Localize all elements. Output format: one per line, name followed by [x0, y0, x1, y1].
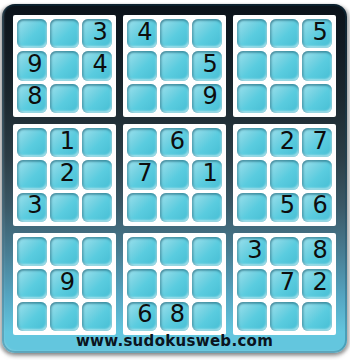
cell-r5c8[interactable]	[270, 160, 300, 189]
cell-r4c3[interactable]	[82, 128, 112, 157]
cell-r3c8[interactable]	[270, 84, 300, 113]
cell-r9c1[interactable]	[17, 302, 47, 331]
cell-r5c6[interactable]: 1	[192, 160, 222, 189]
cell-r5c2[interactable]: 2	[50, 160, 80, 189]
cell-r6c4[interactable]	[127, 193, 157, 222]
cell-r8c1[interactable]	[17, 269, 47, 298]
given-digit: 8	[170, 302, 185, 326]
given-digit: 9	[203, 84, 218, 108]
cell-r2c1[interactable]: 9	[17, 51, 47, 80]
cell-r1c9[interactable]: 5	[302, 19, 332, 48]
cell-r8c4[interactable]	[127, 269, 157, 298]
cell-r2c7[interactable]	[237, 51, 267, 80]
given-digit: 4	[93, 52, 108, 76]
cell-r1c1[interactable]	[17, 19, 47, 48]
given-digit: 1	[60, 129, 75, 153]
cell-r6c6[interactable]	[192, 193, 222, 222]
cell-r4c9[interactable]: 7	[302, 128, 332, 157]
cell-r4c4[interactable]	[127, 128, 157, 157]
cell-r9c7[interactable]	[237, 302, 267, 331]
cell-r2c2[interactable]	[50, 51, 80, 80]
given-digit: 5	[280, 193, 295, 217]
cell-r2c3[interactable]: 4	[82, 51, 112, 80]
sudoku-grid: 3948459512367127569683872	[13, 15, 336, 335]
site-url-label: www.sudokusweb.com	[2, 332, 347, 350]
cell-r5c5[interactable]	[160, 160, 190, 189]
given-digit: 1	[203, 161, 218, 185]
given-digit: 2	[313, 270, 328, 294]
cell-r6c1[interactable]: 3	[17, 193, 47, 222]
sudoku-box-5: 671	[123, 124, 226, 226]
cell-r1c6[interactable]	[192, 19, 222, 48]
sudoku-box-7: 9	[13, 233, 116, 335]
cell-r4c2[interactable]: 1	[50, 128, 80, 157]
cell-r7c1[interactable]	[17, 237, 47, 266]
given-digit: 3	[247, 238, 262, 262]
given-digit: 5	[313, 20, 328, 44]
cell-r4c1[interactable]	[17, 128, 47, 157]
cell-r3c3[interactable]	[82, 84, 112, 113]
cell-r6c5[interactable]	[160, 193, 190, 222]
cell-r8c5[interactable]	[160, 269, 190, 298]
cell-r4c6[interactable]	[192, 128, 222, 157]
cell-r8c8[interactable]: 7	[270, 269, 300, 298]
cell-r5c1[interactable]	[17, 160, 47, 189]
cell-r1c2[interactable]	[50, 19, 80, 48]
cell-r7c2[interactable]	[50, 237, 80, 266]
cell-r8c6[interactable]	[192, 269, 222, 298]
cell-r7c3[interactable]	[82, 237, 112, 266]
cell-r9c4[interactable]: 6	[127, 302, 157, 331]
cell-r5c3[interactable]	[82, 160, 112, 189]
cell-r7c4[interactable]	[127, 237, 157, 266]
cell-r1c8[interactable]	[270, 19, 300, 48]
cell-r6c9[interactable]: 6	[302, 193, 332, 222]
cell-r6c3[interactable]	[82, 193, 112, 222]
cell-r3c1[interactable]: 8	[17, 84, 47, 113]
cell-r2c9[interactable]	[302, 51, 332, 80]
given-digit: 9	[27, 52, 42, 76]
sudoku-box-2: 459	[123, 15, 226, 117]
cell-r2c8[interactable]	[270, 51, 300, 80]
cell-r5c7[interactable]	[237, 160, 267, 189]
sudoku-box-6: 2756	[233, 124, 336, 226]
sudoku-box-4: 123	[13, 124, 116, 226]
cell-r3c7[interactable]	[237, 84, 267, 113]
cell-r2c4[interactable]	[127, 51, 157, 80]
cell-r7c9[interactable]: 8	[302, 237, 332, 266]
cell-r9c2[interactable]	[50, 302, 80, 331]
cell-r7c5[interactable]	[160, 237, 190, 266]
cell-r3c2[interactable]	[50, 84, 80, 113]
given-digit: 8	[313, 238, 328, 262]
sudoku-board-frame: 3948459512367127569683872 www.sudokusweb…	[2, 4, 347, 353]
cell-r8c7[interactable]	[237, 269, 267, 298]
given-digit: 4	[137, 20, 152, 44]
given-digit: 2	[280, 129, 295, 153]
given-digit: 7	[313, 129, 328, 153]
cell-r2c5[interactable]	[160, 51, 190, 80]
cell-r7c8[interactable]	[270, 237, 300, 266]
cell-r5c4[interactable]: 7	[127, 160, 157, 189]
cell-r9c3[interactable]	[82, 302, 112, 331]
cell-r1c7[interactable]	[237, 19, 267, 48]
sudoku-box-1: 3948	[13, 15, 116, 117]
cell-r7c7[interactable]: 3	[237, 237, 267, 266]
cell-r1c5[interactable]	[160, 19, 190, 48]
cell-r8c2[interactable]: 9	[50, 269, 80, 298]
sudoku-box-3: 5	[233, 15, 336, 117]
cell-r9c5[interactable]: 8	[160, 302, 190, 331]
cell-r9c6[interactable]	[192, 302, 222, 331]
cell-r6c2[interactable]	[50, 193, 80, 222]
given-digit: 9	[60, 270, 75, 294]
given-digit: 6	[137, 302, 152, 326]
cell-r3c6[interactable]: 9	[192, 84, 222, 113]
given-digit: 8	[27, 84, 42, 108]
cell-r3c5[interactable]	[160, 84, 190, 113]
cell-r9c8[interactable]	[270, 302, 300, 331]
given-digit: 5	[203, 52, 218, 76]
given-digit: 3	[93, 20, 108, 44]
cell-r5c9[interactable]	[302, 160, 332, 189]
given-digit: 3	[27, 193, 42, 217]
cell-r8c9[interactable]: 2	[302, 269, 332, 298]
given-digit: 7	[280, 270, 295, 294]
cell-r1c4[interactable]: 4	[127, 19, 157, 48]
cell-r3c4[interactable]	[127, 84, 157, 113]
cell-r2c6[interactable]: 5	[192, 51, 222, 80]
cell-r6c7[interactable]	[237, 193, 267, 222]
cell-r3c9[interactable]	[302, 84, 332, 113]
given-digit: 7	[137, 161, 152, 185]
cell-r4c8[interactable]: 2	[270, 128, 300, 157]
cell-r1c3[interactable]: 3	[82, 19, 112, 48]
given-digit: 6	[170, 129, 185, 153]
cell-r6c8[interactable]: 5	[270, 193, 300, 222]
cell-r4c7[interactable]	[237, 128, 267, 157]
cell-r9c9[interactable]	[302, 302, 332, 331]
cell-r7c6[interactable]	[192, 237, 222, 266]
sudoku-box-9: 3872	[233, 233, 336, 335]
cell-r4c5[interactable]: 6	[160, 128, 190, 157]
given-digit: 6	[313, 193, 328, 217]
given-digit: 2	[60, 161, 75, 185]
sudoku-box-8: 68	[123, 233, 226, 335]
cell-r8c3[interactable]	[82, 269, 112, 298]
